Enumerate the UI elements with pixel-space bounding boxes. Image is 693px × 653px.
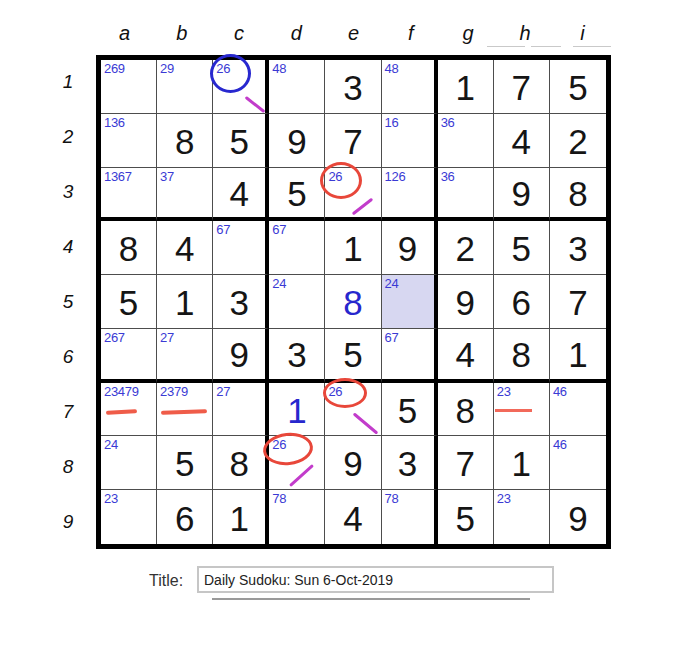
cell-e2[interactable]: 7 [325, 114, 381, 168]
pencil-marks: 126 [385, 169, 406, 184]
cell-e6[interactable]: 5 [325, 329, 381, 383]
cell-d8[interactable]: 26 [269, 436, 325, 490]
given-digit: 7 [455, 446, 474, 481]
cell-a8[interactable]: 24 [101, 436, 157, 490]
cell-e5[interactable]: 8 [325, 275, 381, 329]
given-digit: 8 [512, 337, 531, 372]
cell-a2[interactable]: 136 [101, 114, 157, 168]
column-label-d: d [268, 22, 325, 45]
column-header-underline [487, 46, 525, 47]
pencil-marks: 27 [216, 384, 230, 399]
cell-g3[interactable]: 36 [438, 168, 494, 222]
cell-b8[interactable]: 5 [157, 436, 213, 490]
cell-b7[interactable]: 2379 [157, 383, 213, 437]
pencil-marks: 1367 [104, 169, 132, 184]
cell-a9[interactable]: 23 [101, 490, 157, 544]
given-digit: 7 [343, 124, 362, 159]
cell-g2[interactable]: 36 [438, 114, 494, 168]
diag-annotation [245, 96, 266, 113]
cell-g7[interactable]: 8 [438, 383, 494, 437]
pencil-marks: 78 [385, 491, 399, 506]
given-digit: 5 [512, 231, 531, 266]
given-digit: 1 [343, 231, 362, 266]
row-label-9: 9 [50, 494, 86, 549]
column-label-b: b [153, 22, 210, 45]
pencil-marks: 23 [497, 491, 511, 506]
given-digit: 3 [287, 337, 306, 372]
given-digit: 4 [343, 501, 362, 536]
cell-h5[interactable]: 6 [494, 275, 550, 329]
cell-b6[interactable]: 27 [157, 329, 213, 383]
given-digit: 1 [568, 337, 587, 372]
given-digit: 3 [343, 70, 362, 105]
given-digit: 4 [230, 176, 249, 211]
cell-c7[interactable]: 27 [213, 383, 269, 437]
given-digit: 9 [398, 231, 417, 266]
entered-digit: 1 [287, 393, 306, 428]
pencil-marks: 48 [385, 61, 399, 76]
given-digit: 1 [455, 70, 474, 105]
given-digit: 3 [568, 231, 587, 266]
pencil-marks: 78 [272, 491, 286, 506]
pencil-marks: 36 [441, 169, 455, 184]
red-line-annotation [495, 409, 532, 412]
column-label-f: f [382, 22, 439, 45]
given-digit: 5 [287, 176, 306, 211]
pencil-marks: 37 [160, 169, 174, 184]
cell-f2[interactable]: 16 [382, 114, 438, 168]
cell-d2[interactable]: 9 [269, 114, 325, 168]
given-digit: 9 [287, 124, 306, 159]
cell-a3[interactable]: 1367 [101, 168, 157, 222]
pencil-marks: 27 [160, 330, 174, 345]
cell-g1[interactable]: 1 [438, 60, 494, 114]
cell-h7[interactable]: 23 [494, 383, 550, 437]
column-label-a: a [96, 22, 153, 45]
pencil-marks: 29 [160, 61, 174, 76]
column-header-underline [531, 46, 561, 47]
cell-g9[interactable]: 5 [438, 490, 494, 544]
given-digit: 5 [230, 124, 249, 159]
entered-digit: 8 [343, 285, 362, 320]
cell-c3[interactable]: 4 [213, 168, 269, 222]
given-digit: 8 [230, 446, 249, 481]
given-digit: 9 [568, 501, 587, 536]
cell-f1[interactable]: 48 [382, 60, 438, 114]
given-digit: 6 [512, 285, 531, 320]
cell-e7[interactable]: 26 [325, 383, 381, 437]
cell-h9[interactable]: 23 [494, 490, 550, 544]
diag-annotation [289, 464, 314, 487]
cell-h4[interactable]: 5 [494, 221, 550, 275]
cell-c8[interactable]: 8 [213, 436, 269, 490]
cell-b1[interactable]: 29 [157, 60, 213, 114]
cell-h3[interactable]: 9 [494, 168, 550, 222]
pencil-marks: 36 [441, 115, 455, 130]
pencil-marks: 267 [104, 330, 125, 345]
column-label-h: h [497, 22, 554, 45]
given-digit: 9 [455, 285, 474, 320]
pencil-marks: 24 [104, 437, 118, 452]
cell-g6[interactable]: 4 [438, 329, 494, 383]
cell-a4[interactable]: 8 [101, 221, 157, 275]
pencil-marks: 26 [216, 61, 230, 76]
given-digit: 8 [119, 231, 138, 266]
given-digit: 4 [455, 337, 474, 372]
column-labels: abcdefghi [96, 22, 611, 45]
cell-f8[interactable]: 3 [382, 436, 438, 490]
row-label-2: 2 [50, 110, 86, 165]
given-digit: 8 [175, 124, 194, 159]
given-digit: 1 [175, 285, 194, 320]
cell-i9[interactable]: 9 [550, 490, 606, 544]
pencil-marks: 23479 [104, 384, 139, 399]
red-oval-annotation [262, 431, 315, 468]
cell-e1[interactable]: 3 [325, 60, 381, 114]
cell-d7[interactable]: 1 [269, 383, 325, 437]
given-digit: 2 [455, 231, 474, 266]
cell-a1[interactable]: 269 [101, 60, 157, 114]
cell-b3[interactable]: 37 [157, 168, 213, 222]
pencil-marks: 48 [272, 61, 286, 76]
diag-annotation [352, 413, 378, 435]
cell-d4[interactable]: 67 [269, 221, 325, 275]
given-digit: 3 [230, 285, 249, 320]
cell-b5[interactable]: 1 [157, 275, 213, 329]
cell-h2[interactable]: 4 [494, 114, 550, 168]
row-label-4: 4 [50, 220, 86, 275]
given-digit: 5 [119, 285, 138, 320]
cell-e4[interactable]: 1 [325, 221, 381, 275]
cell-d1[interactable]: 48 [269, 60, 325, 114]
cell-g4[interactable]: 2 [438, 221, 494, 275]
row-labels: 123456789 [50, 55, 86, 549]
cell-c9[interactable]: 1 [213, 490, 269, 544]
given-digit: 5 [175, 446, 194, 481]
pencil-marks: 67 [385, 330, 399, 345]
red-scribble-annotation [161, 409, 207, 415]
title-input[interactable] [197, 566, 554, 593]
column-label-e: e [325, 22, 382, 45]
cell-f3[interactable]: 126 [382, 168, 438, 222]
cell-i4[interactable]: 3 [550, 221, 606, 275]
given-digit: 3 [398, 446, 417, 481]
given-digit: 5 [343, 337, 362, 372]
cell-h1[interactable]: 7 [494, 60, 550, 114]
given-digit: 9 [512, 176, 531, 211]
pencil-marks: 26 [272, 437, 286, 452]
cell-i3[interactable]: 8 [550, 168, 606, 222]
cell-i7[interactable]: 46 [550, 383, 606, 437]
pencil-marks: 24 [385, 276, 399, 291]
cell-d9[interactable]: 78 [269, 490, 325, 544]
given-digit: 4 [512, 124, 531, 159]
given-digit: 1 [512, 446, 531, 481]
cell-a5[interactable]: 5 [101, 275, 157, 329]
given-digit: 7 [512, 70, 531, 105]
cell-d5[interactable]: 24 [269, 275, 325, 329]
sudoku-board: 2692926483481751368597163642136737452612… [96, 55, 611, 549]
cell-c2[interactable]: 5 [213, 114, 269, 168]
cell-b4[interactable]: 4 [157, 221, 213, 275]
cell-c6[interactable]: 9 [213, 329, 269, 383]
cell-g8[interactable]: 7 [438, 436, 494, 490]
pencil-marks: 23 [497, 384, 511, 399]
cell-e8[interactable]: 9 [325, 436, 381, 490]
cell-d6[interactable]: 3 [269, 329, 325, 383]
cell-i2[interactable]: 2 [550, 114, 606, 168]
cell-a7[interactable]: 23479 [101, 383, 157, 437]
given-digit: 7 [568, 285, 587, 320]
column-label-g: g [439, 22, 496, 45]
row-label-7: 7 [50, 384, 86, 439]
cell-g5[interactable]: 9 [438, 275, 494, 329]
cell-i1[interactable]: 5 [550, 60, 606, 114]
given-digit: 8 [568, 176, 587, 211]
cell-e9[interactable]: 4 [325, 490, 381, 544]
cell-d3[interactable]: 5 [269, 168, 325, 222]
pencil-marks: 269 [104, 61, 125, 76]
given-digit: 9 [230, 337, 249, 372]
pencil-marks: 16 [385, 115, 399, 130]
given-digit: 5 [398, 393, 417, 428]
cell-f9[interactable]: 78 [382, 490, 438, 544]
title-label: Title: [149, 572, 183, 590]
cell-h6[interactable]: 8 [494, 329, 550, 383]
row-label-1: 1 [50, 55, 86, 110]
given-digit: 8 [455, 393, 474, 428]
pencil-marks: 67 [216, 222, 230, 237]
cell-c5[interactable]: 3 [213, 275, 269, 329]
given-digit: 9 [343, 446, 362, 481]
given-digit: 5 [568, 70, 587, 105]
given-digit: 1 [230, 501, 249, 536]
given-digit: 6 [175, 501, 194, 536]
cell-i8[interactable]: 46 [550, 436, 606, 490]
pencil-marks: 23 [104, 491, 118, 506]
pencil-marks: 26 [328, 169, 342, 184]
pencil-marks: 26 [328, 384, 342, 399]
given-digit: 4 [175, 231, 194, 266]
sudoku-app: abcdefghi 123456789 26929264834817513685… [0, 0, 693, 653]
row-label-3: 3 [50, 165, 86, 220]
cell-f5[interactable]: 24 [382, 275, 438, 329]
pencil-marks: 46 [553, 437, 567, 452]
cell-c4[interactable]: 67 [213, 221, 269, 275]
row-label-5: 5 [50, 275, 86, 330]
cell-f7[interactable]: 5 [382, 383, 438, 437]
cell-b9[interactable]: 6 [157, 490, 213, 544]
red-scribble-annotation [106, 409, 137, 415]
cell-e3[interactable]: 26 [325, 168, 381, 222]
given-digit: 2 [568, 124, 587, 159]
row-label-6: 6 [50, 329, 86, 384]
title-underline [212, 598, 530, 600]
pencil-marks: 136 [104, 115, 125, 130]
pencil-marks: 2379 [160, 384, 188, 399]
cell-c1[interactable]: 26 [213, 60, 269, 114]
cell-f4[interactable]: 9 [382, 221, 438, 275]
diag-annotation [351, 198, 373, 216]
column-header-underline [573, 46, 611, 47]
given-digit: 5 [455, 501, 474, 536]
cell-h8[interactable]: 1 [494, 436, 550, 490]
cell-i5[interactable]: 7 [550, 275, 606, 329]
cell-f6[interactable]: 67 [382, 329, 438, 383]
cell-b2[interactable]: 8 [157, 114, 213, 168]
pencil-marks: 46 [553, 384, 567, 399]
cell-i6[interactable]: 1 [550, 329, 606, 383]
pencil-marks: 24 [272, 276, 286, 291]
column-label-c: c [210, 22, 267, 45]
row-label-8: 8 [50, 439, 86, 494]
column-label-i: i [554, 22, 611, 45]
cell-a6[interactable]: 267 [101, 329, 157, 383]
pencil-marks: 67 [272, 222, 286, 237]
